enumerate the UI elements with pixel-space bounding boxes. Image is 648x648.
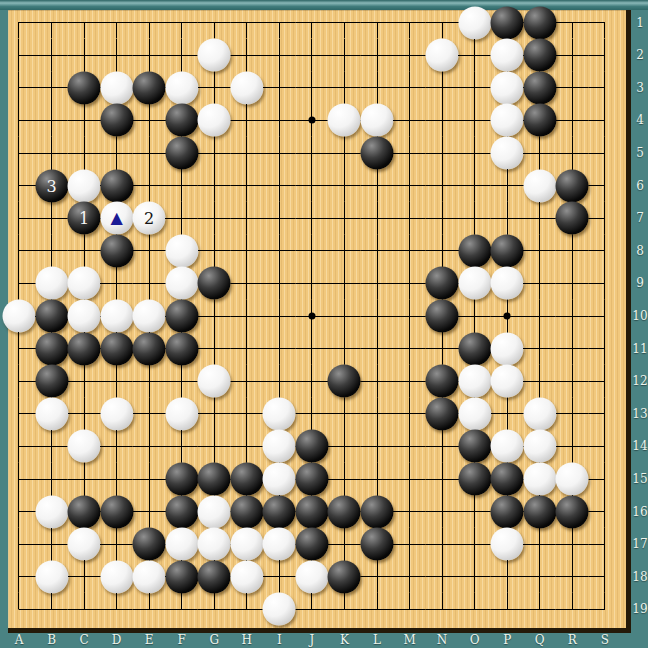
intersection-A9[interactable] <box>3 267 36 300</box>
intersection-S19[interactable] <box>589 593 622 626</box>
intersection-K14[interactable] <box>328 430 361 463</box>
intersection-M8[interactable] <box>393 235 426 268</box>
intersection-N14[interactable] <box>426 430 459 463</box>
intersection-R15[interactable] <box>556 463 589 496</box>
intersection-G18[interactable] <box>198 560 231 593</box>
intersection-N7[interactable] <box>426 202 459 235</box>
intersection-F2[interactable] <box>165 39 198 72</box>
intersection-I1[interactable] <box>263 6 296 39</box>
intersection-M9[interactable] <box>393 267 426 300</box>
intersection-A11[interactable] <box>3 332 36 365</box>
intersection-I15[interactable] <box>263 463 296 496</box>
intersection-S17[interactable] <box>589 528 622 561</box>
intersection-Q4[interactable] <box>523 104 556 137</box>
intersection-I14[interactable] <box>263 430 296 463</box>
intersection-N8[interactable] <box>426 235 459 268</box>
intersection-F5[interactable] <box>165 137 198 170</box>
intersection-D9[interactable] <box>100 267 133 300</box>
intersection-I9[interactable] <box>263 267 296 300</box>
intersection-K6[interactable] <box>328 169 361 202</box>
intersection-R14[interactable] <box>556 430 589 463</box>
intersection-B3[interactable] <box>35 72 68 105</box>
intersection-H17[interactable] <box>231 528 264 561</box>
intersection-L18[interactable] <box>361 560 394 593</box>
intersection-C17[interactable] <box>68 528 101 561</box>
intersection-L7[interactable] <box>361 202 394 235</box>
intersection-M3[interactable] <box>393 72 426 105</box>
intersection-E7[interactable]: 2 <box>133 202 166 235</box>
intersection-L2[interactable] <box>361 39 394 72</box>
intersection-P2[interactable] <box>491 39 524 72</box>
intersection-C16[interactable] <box>68 495 101 528</box>
intersection-L12[interactable] <box>361 365 394 398</box>
intersection-J8[interactable] <box>296 235 329 268</box>
intersection-R1[interactable] <box>556 6 589 39</box>
intersection-H15[interactable] <box>231 463 264 496</box>
intersection-N10[interactable] <box>426 300 459 333</box>
intersection-F3[interactable] <box>165 72 198 105</box>
intersection-K12[interactable] <box>328 365 361 398</box>
intersection-J12[interactable] <box>296 365 329 398</box>
intersection-A16[interactable] <box>3 495 36 528</box>
intersection-P12[interactable] <box>491 365 524 398</box>
intersection-F17[interactable] <box>165 528 198 561</box>
intersection-I13[interactable] <box>263 398 296 431</box>
intersection-H18[interactable] <box>231 560 264 593</box>
intersection-F10[interactable] <box>165 300 198 333</box>
intersection-C8[interactable] <box>68 235 101 268</box>
intersection-O7[interactable] <box>458 202 491 235</box>
intersection-G15[interactable] <box>198 463 231 496</box>
intersection-G3[interactable] <box>198 72 231 105</box>
intersection-P10[interactable] <box>491 300 524 333</box>
intersection-A5[interactable] <box>3 137 36 170</box>
intersection-H1[interactable] <box>231 6 264 39</box>
intersection-S12[interactable] <box>589 365 622 398</box>
intersection-M11[interactable] <box>393 332 426 365</box>
intersection-Q19[interactable] <box>523 593 556 626</box>
intersection-M15[interactable] <box>393 463 426 496</box>
intersection-K16[interactable] <box>328 495 361 528</box>
intersection-D2[interactable] <box>100 39 133 72</box>
intersection-N5[interactable] <box>426 137 459 170</box>
intersection-J18[interactable] <box>296 560 329 593</box>
intersection-L13[interactable] <box>361 398 394 431</box>
intersection-P14[interactable] <box>491 430 524 463</box>
intersection-P19[interactable] <box>491 593 524 626</box>
intersection-R13[interactable] <box>556 398 589 431</box>
intersection-P1[interactable] <box>491 6 524 39</box>
intersection-S15[interactable] <box>589 463 622 496</box>
intersection-F8[interactable] <box>165 235 198 268</box>
intersection-Q12[interactable] <box>523 365 556 398</box>
intersection-Q15[interactable] <box>523 463 556 496</box>
intersection-E3[interactable] <box>133 72 166 105</box>
intersection-F7[interactable] <box>165 202 198 235</box>
intersection-A13[interactable] <box>3 398 36 431</box>
intersection-B2[interactable] <box>35 39 68 72</box>
intersection-H16[interactable] <box>231 495 264 528</box>
intersection-B5[interactable] <box>35 137 68 170</box>
intersection-J15[interactable] <box>296 463 329 496</box>
intersection-Q7[interactable] <box>523 202 556 235</box>
intersection-E17[interactable] <box>133 528 166 561</box>
intersection-R4[interactable] <box>556 104 589 137</box>
intersection-J13[interactable] <box>296 398 329 431</box>
intersection-F12[interactable] <box>165 365 198 398</box>
intersection-N2[interactable] <box>426 39 459 72</box>
intersection-G17[interactable] <box>198 528 231 561</box>
intersection-H7[interactable] <box>231 202 264 235</box>
intersection-J10[interactable] <box>296 300 329 333</box>
intersection-I17[interactable] <box>263 528 296 561</box>
intersection-J5[interactable] <box>296 137 329 170</box>
intersection-G4[interactable] <box>198 104 231 137</box>
intersection-D18[interactable] <box>100 560 133 593</box>
intersection-H19[interactable] <box>231 593 264 626</box>
intersection-G8[interactable] <box>198 235 231 268</box>
intersection-Q2[interactable] <box>523 39 556 72</box>
intersection-L14[interactable] <box>361 430 394 463</box>
intersection-I4[interactable] <box>263 104 296 137</box>
intersection-F19[interactable] <box>165 593 198 626</box>
intersection-D14[interactable] <box>100 430 133 463</box>
intersection-E13[interactable] <box>133 398 166 431</box>
intersection-C12[interactable] <box>68 365 101 398</box>
intersection-E10[interactable] <box>133 300 166 333</box>
intersection-L1[interactable] <box>361 6 394 39</box>
intersection-H9[interactable] <box>231 267 264 300</box>
intersection-H3[interactable] <box>231 72 264 105</box>
intersection-O3[interactable] <box>458 72 491 105</box>
intersection-K7[interactable] <box>328 202 361 235</box>
intersection-B4[interactable] <box>35 104 68 137</box>
intersection-S6[interactable] <box>589 169 622 202</box>
intersection-I16[interactable] <box>263 495 296 528</box>
intersection-S13[interactable] <box>589 398 622 431</box>
intersection-K10[interactable] <box>328 300 361 333</box>
intersection-F13[interactable] <box>165 398 198 431</box>
intersection-D4[interactable] <box>100 104 133 137</box>
intersection-K4[interactable] <box>328 104 361 137</box>
intersection-E1[interactable] <box>133 6 166 39</box>
intersection-P17[interactable] <box>491 528 524 561</box>
intersection-S2[interactable] <box>589 39 622 72</box>
intersection-I18[interactable] <box>263 560 296 593</box>
intersection-C11[interactable] <box>68 332 101 365</box>
intersection-Q18[interactable] <box>523 560 556 593</box>
intersection-S1[interactable] <box>589 6 622 39</box>
intersection-Q6[interactable] <box>523 169 556 202</box>
intersection-M10[interactable] <box>393 300 426 333</box>
intersection-I7[interactable] <box>263 202 296 235</box>
intersection-H10[interactable] <box>231 300 264 333</box>
intersection-D5[interactable] <box>100 137 133 170</box>
intersection-I3[interactable] <box>263 72 296 105</box>
intersection-I19[interactable] <box>263 593 296 626</box>
intersection-M14[interactable] <box>393 430 426 463</box>
intersection-F1[interactable] <box>165 6 198 39</box>
intersection-O17[interactable] <box>458 528 491 561</box>
intersection-E8[interactable] <box>133 235 166 268</box>
intersection-P18[interactable] <box>491 560 524 593</box>
intersection-D8[interactable] <box>100 235 133 268</box>
intersection-P9[interactable] <box>491 267 524 300</box>
intersection-O6[interactable] <box>458 169 491 202</box>
intersection-F16[interactable] <box>165 495 198 528</box>
intersection-N12[interactable] <box>426 365 459 398</box>
intersection-I10[interactable] <box>263 300 296 333</box>
intersection-S11[interactable] <box>589 332 622 365</box>
intersection-K17[interactable] <box>328 528 361 561</box>
intersection-R6[interactable] <box>556 169 589 202</box>
intersection-J17[interactable] <box>296 528 329 561</box>
intersection-O14[interactable] <box>458 430 491 463</box>
intersection-O2[interactable] <box>458 39 491 72</box>
intersection-D17[interactable] <box>100 528 133 561</box>
intersection-H13[interactable] <box>231 398 264 431</box>
intersection-O1[interactable] <box>458 6 491 39</box>
intersection-J1[interactable] <box>296 6 329 39</box>
intersection-G10[interactable] <box>198 300 231 333</box>
intersection-N16[interactable] <box>426 495 459 528</box>
intersection-D10[interactable] <box>100 300 133 333</box>
intersection-E12[interactable] <box>133 365 166 398</box>
intersection-A8[interactable] <box>3 235 36 268</box>
intersection-C5[interactable] <box>68 137 101 170</box>
intersection-C2[interactable] <box>68 39 101 72</box>
intersection-P7[interactable] <box>491 202 524 235</box>
intersection-Q14[interactable] <box>523 430 556 463</box>
intersection-A10[interactable] <box>3 300 36 333</box>
intersection-C3[interactable] <box>68 72 101 105</box>
intersection-O5[interactable] <box>458 137 491 170</box>
intersection-F6[interactable] <box>165 169 198 202</box>
intersection-E4[interactable] <box>133 104 166 137</box>
intersection-C19[interactable] <box>68 593 101 626</box>
intersection-F14[interactable] <box>165 430 198 463</box>
intersection-F11[interactable] <box>165 332 198 365</box>
intersection-M5[interactable] <box>393 137 426 170</box>
intersection-K5[interactable] <box>328 137 361 170</box>
intersection-E18[interactable] <box>133 560 166 593</box>
intersection-B11[interactable] <box>35 332 68 365</box>
intersection-K19[interactable] <box>328 593 361 626</box>
intersection-N17[interactable] <box>426 528 459 561</box>
intersection-H8[interactable] <box>231 235 264 268</box>
intersection-S7[interactable] <box>589 202 622 235</box>
intersection-D13[interactable] <box>100 398 133 431</box>
intersection-D12[interactable] <box>100 365 133 398</box>
intersection-L8[interactable] <box>361 235 394 268</box>
intersection-C14[interactable] <box>68 430 101 463</box>
intersection-F18[interactable] <box>165 560 198 593</box>
intersection-F4[interactable] <box>165 104 198 137</box>
intersection-P15[interactable] <box>491 463 524 496</box>
intersection-F15[interactable] <box>165 463 198 496</box>
intersection-K13[interactable] <box>328 398 361 431</box>
intersection-M4[interactable] <box>393 104 426 137</box>
intersection-I8[interactable] <box>263 235 296 268</box>
intersection-N18[interactable] <box>426 560 459 593</box>
intersection-N3[interactable] <box>426 72 459 105</box>
intersection-B19[interactable] <box>35 593 68 626</box>
intersection-Q13[interactable] <box>523 398 556 431</box>
intersection-E9[interactable] <box>133 267 166 300</box>
intersection-N13[interactable] <box>426 398 459 431</box>
intersection-H5[interactable] <box>231 137 264 170</box>
intersection-P5[interactable] <box>491 137 524 170</box>
intersection-A19[interactable] <box>3 593 36 626</box>
intersection-O11[interactable] <box>458 332 491 365</box>
intersection-L16[interactable] <box>361 495 394 528</box>
intersection-N1[interactable] <box>426 6 459 39</box>
intersection-P13[interactable] <box>491 398 524 431</box>
intersection-A2[interactable] <box>3 39 36 72</box>
intersection-D3[interactable] <box>100 72 133 105</box>
intersection-O16[interactable] <box>458 495 491 528</box>
intersection-B8[interactable] <box>35 235 68 268</box>
intersection-C1[interactable] <box>68 6 101 39</box>
intersection-L19[interactable] <box>361 593 394 626</box>
intersection-B6[interactable]: 3 <box>35 169 68 202</box>
intersection-Q8[interactable] <box>523 235 556 268</box>
intersection-D15[interactable] <box>100 463 133 496</box>
intersection-J14[interactable] <box>296 430 329 463</box>
intersection-G9[interactable] <box>198 267 231 300</box>
intersection-O18[interactable] <box>458 560 491 593</box>
intersection-J7[interactable] <box>296 202 329 235</box>
intersection-G14[interactable] <box>198 430 231 463</box>
intersection-C18[interactable] <box>68 560 101 593</box>
intersection-C6[interactable] <box>68 169 101 202</box>
intersection-A15[interactable] <box>3 463 36 496</box>
intersection-J4[interactable] <box>296 104 329 137</box>
intersection-E6[interactable] <box>133 169 166 202</box>
intersection-P3[interactable] <box>491 72 524 105</box>
intersection-E11[interactable] <box>133 332 166 365</box>
intersection-R10[interactable] <box>556 300 589 333</box>
intersection-B17[interactable] <box>35 528 68 561</box>
intersection-K1[interactable] <box>328 6 361 39</box>
intersection-S10[interactable] <box>589 300 622 333</box>
intersection-G13[interactable] <box>198 398 231 431</box>
intersection-D6[interactable] <box>100 169 133 202</box>
intersection-K9[interactable] <box>328 267 361 300</box>
intersection-R18[interactable] <box>556 560 589 593</box>
intersection-H14[interactable] <box>231 430 264 463</box>
intersection-N4[interactable] <box>426 104 459 137</box>
intersection-H2[interactable] <box>231 39 264 72</box>
intersection-C15[interactable] <box>68 463 101 496</box>
intersection-Q5[interactable] <box>523 137 556 170</box>
intersection-O12[interactable] <box>458 365 491 398</box>
intersection-N6[interactable] <box>426 169 459 202</box>
intersection-A18[interactable] <box>3 560 36 593</box>
intersection-Q11[interactable] <box>523 332 556 365</box>
intersection-J9[interactable] <box>296 267 329 300</box>
intersection-S4[interactable] <box>589 104 622 137</box>
intersection-M17[interactable] <box>393 528 426 561</box>
intersection-R12[interactable] <box>556 365 589 398</box>
intersection-L11[interactable] <box>361 332 394 365</box>
intersection-M18[interactable] <box>393 560 426 593</box>
intersection-B7[interactable] <box>35 202 68 235</box>
intersection-E2[interactable] <box>133 39 166 72</box>
intersection-B10[interactable] <box>35 300 68 333</box>
intersection-A17[interactable] <box>3 528 36 561</box>
intersection-K18[interactable] <box>328 560 361 593</box>
intersection-J3[interactable] <box>296 72 329 105</box>
intersection-S3[interactable] <box>589 72 622 105</box>
intersection-M1[interactable] <box>393 6 426 39</box>
intersection-M16[interactable] <box>393 495 426 528</box>
intersection-L6[interactable] <box>361 169 394 202</box>
intersection-D16[interactable] <box>100 495 133 528</box>
intersection-I2[interactable] <box>263 39 296 72</box>
intersection-S5[interactable] <box>589 137 622 170</box>
intersection-Q3[interactable] <box>523 72 556 105</box>
intersection-G16[interactable] <box>198 495 231 528</box>
intersection-L17[interactable] <box>361 528 394 561</box>
intersection-A6[interactable] <box>3 169 36 202</box>
intersection-G6[interactable] <box>198 169 231 202</box>
intersection-J19[interactable] <box>296 593 329 626</box>
intersection-M6[interactable] <box>393 169 426 202</box>
intersection-O13[interactable] <box>458 398 491 431</box>
intersection-Q1[interactable] <box>523 6 556 39</box>
intersection-L15[interactable] <box>361 463 394 496</box>
intersection-H4[interactable] <box>231 104 264 137</box>
intersection-K2[interactable] <box>328 39 361 72</box>
intersection-E15[interactable] <box>133 463 166 496</box>
intersection-D19[interactable] <box>100 593 133 626</box>
intersection-R9[interactable] <box>556 267 589 300</box>
intersection-O15[interactable] <box>458 463 491 496</box>
intersection-P11[interactable] <box>491 332 524 365</box>
intersection-P8[interactable] <box>491 235 524 268</box>
intersection-A14[interactable] <box>3 430 36 463</box>
intersection-J16[interactable] <box>296 495 329 528</box>
intersection-R8[interactable] <box>556 235 589 268</box>
intersection-B14[interactable] <box>35 430 68 463</box>
intersection-M7[interactable] <box>393 202 426 235</box>
intersection-L10[interactable] <box>361 300 394 333</box>
intersection-J11[interactable] <box>296 332 329 365</box>
intersection-C13[interactable] <box>68 398 101 431</box>
intersection-L4[interactable] <box>361 104 394 137</box>
intersection-Q16[interactable] <box>523 495 556 528</box>
intersection-S18[interactable] <box>589 560 622 593</box>
intersection-C4[interactable] <box>68 104 101 137</box>
intersection-B13[interactable] <box>35 398 68 431</box>
intersection-N11[interactable] <box>426 332 459 365</box>
intersection-I5[interactable] <box>263 137 296 170</box>
intersection-B16[interactable] <box>35 495 68 528</box>
intersection-B9[interactable] <box>35 267 68 300</box>
intersection-B12[interactable] <box>35 365 68 398</box>
intersection-S14[interactable] <box>589 430 622 463</box>
intersection-H6[interactable] <box>231 169 264 202</box>
intersection-K3[interactable] <box>328 72 361 105</box>
intersection-G12[interactable] <box>198 365 231 398</box>
intersection-F9[interactable] <box>165 267 198 300</box>
intersection-G2[interactable] <box>198 39 231 72</box>
intersection-O8[interactable] <box>458 235 491 268</box>
intersection-O4[interactable] <box>458 104 491 137</box>
intersection-I11[interactable] <box>263 332 296 365</box>
intersection-N15[interactable] <box>426 463 459 496</box>
